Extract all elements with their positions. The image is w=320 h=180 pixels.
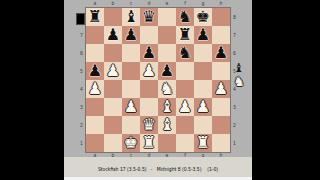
square-g4[interactable] bbox=[194, 80, 212, 98]
white-rook: ♜ bbox=[196, 134, 210, 152]
square-b5[interactable]: ♟ bbox=[104, 62, 122, 80]
white-pawn: ♟ bbox=[196, 98, 210, 116]
square-c4[interactable] bbox=[122, 80, 140, 98]
captured-white-knight-icon: ♞ bbox=[233, 75, 245, 89]
white-bishop: ♝ bbox=[160, 98, 174, 116]
white-queen: ♛ bbox=[142, 116, 156, 134]
coord-label: a bbox=[86, 1, 104, 7]
square-f3[interactable]: ♟ bbox=[176, 98, 194, 116]
coord-label: 8 bbox=[231, 8, 238, 26]
square-f2[interactable] bbox=[176, 116, 194, 134]
square-f5[interactable] bbox=[176, 62, 194, 80]
square-e4[interactable]: ♞ bbox=[158, 80, 176, 98]
coord-label: h bbox=[212, 1, 230, 7]
square-c3[interactable]: ♟ bbox=[122, 98, 140, 116]
square-d2[interactable]: ♛ bbox=[140, 116, 158, 134]
coord-label: 2 bbox=[78, 116, 85, 134]
square-d6[interactable]: ♟ bbox=[140, 44, 158, 62]
square-d4[interactable] bbox=[140, 80, 158, 98]
coord-label: 6 bbox=[231, 44, 238, 62]
square-c8[interactable]: ♝ bbox=[122, 8, 140, 26]
coord-label: d bbox=[140, 1, 158, 7]
square-b8[interactable] bbox=[104, 8, 122, 26]
square-h1[interactable] bbox=[212, 134, 230, 152]
bottom-strip bbox=[64, 177, 252, 180]
square-d1[interactable]: ♜ bbox=[140, 134, 158, 152]
square-e3[interactable]: ♝ bbox=[158, 98, 176, 116]
coord-label: 3 bbox=[231, 98, 238, 116]
coord-label: 4 bbox=[78, 80, 85, 98]
coord-label: b bbox=[104, 1, 122, 7]
square-e7[interactable] bbox=[158, 26, 176, 44]
square-b7[interactable]: ♟ bbox=[104, 26, 122, 44]
black-bishop: ♝ bbox=[124, 8, 138, 26]
video-frame: abcdefgh abcdefgh 87654321 87654321 ♜♝♛♞… bbox=[0, 0, 320, 180]
black-knight: ♞ bbox=[178, 8, 192, 26]
square-g6[interactable] bbox=[194, 44, 212, 62]
square-f8[interactable]: ♞ bbox=[176, 8, 194, 26]
square-a3[interactable] bbox=[86, 98, 104, 116]
white-knight: ♞ bbox=[160, 80, 174, 98]
square-a2[interactable] bbox=[86, 116, 104, 134]
coord-label: c bbox=[122, 1, 140, 7]
square-a5[interactable]: ♟ bbox=[86, 62, 104, 80]
square-a7[interactable] bbox=[86, 26, 104, 44]
square-c2[interactable] bbox=[122, 116, 140, 134]
square-c6[interactable] bbox=[122, 44, 140, 62]
black-pawn: ♟ bbox=[106, 26, 120, 44]
square-g1[interactable]: ♜ bbox=[194, 134, 212, 152]
square-g3[interactable]: ♟ bbox=[194, 98, 212, 116]
square-a4[interactable]: ♟ bbox=[86, 80, 104, 98]
square-e5[interactable]: ♟ bbox=[158, 62, 176, 80]
square-d5[interactable]: ♟ bbox=[140, 62, 158, 80]
black-queen: ♛ bbox=[142, 8, 156, 26]
coord-label: 5 bbox=[78, 62, 85, 80]
white-pawn: ♟ bbox=[124, 98, 138, 116]
square-h4[interactable]: ♟ bbox=[212, 80, 230, 98]
square-a1[interactable] bbox=[86, 134, 104, 152]
square-d8[interactable]: ♛ bbox=[140, 8, 158, 26]
square-e2[interactable]: ♝ bbox=[158, 116, 176, 134]
square-g2[interactable] bbox=[194, 116, 212, 134]
square-f4[interactable] bbox=[176, 80, 194, 98]
white-pawn: ♟ bbox=[142, 62, 156, 80]
coord-label: 1 bbox=[78, 134, 85, 152]
coord-label: 2 bbox=[231, 116, 238, 134]
white-pawn: ♟ bbox=[214, 80, 228, 98]
square-f7[interactable]: ♜ bbox=[176, 26, 194, 44]
square-d7[interactable] bbox=[140, 26, 158, 44]
white-king: ♚ bbox=[124, 134, 138, 152]
black-rook: ♜ bbox=[178, 26, 192, 44]
white-pawn: ♟ bbox=[106, 62, 120, 80]
file-labels-top: abcdefgh bbox=[86, 1, 230, 7]
black-pawn: ♟ bbox=[142, 44, 156, 62]
square-g7[interactable]: ♟ bbox=[194, 26, 212, 44]
square-b6[interactable] bbox=[104, 44, 122, 62]
square-f1[interactable] bbox=[176, 134, 194, 152]
square-b4[interactable] bbox=[104, 80, 122, 98]
square-h7[interactable] bbox=[212, 26, 230, 44]
square-e8[interactable] bbox=[158, 8, 176, 26]
coord-label: 6 bbox=[78, 44, 85, 62]
coord-label: 7 bbox=[231, 26, 238, 44]
black-pawn: ♟ bbox=[160, 62, 174, 80]
square-c5[interactable] bbox=[122, 62, 140, 80]
matchup-line: Stockfish 17 (3.5-0.5) - Midnight 8 (0.5… bbox=[64, 167, 252, 172]
coord-label: 1 bbox=[231, 134, 238, 152]
square-h8[interactable] bbox=[212, 8, 230, 26]
white-pawn: ♟ bbox=[88, 80, 102, 98]
black-knight: ♞ bbox=[178, 44, 192, 62]
coord-label: 7 bbox=[78, 26, 85, 44]
coord-label: e bbox=[158, 1, 176, 7]
square-h6[interactable]: ♟ bbox=[212, 44, 230, 62]
chess-board: ♜♝♛♞♚♟♟♜♟♟♞♟♟♟♟♟♟♞♟♟♝♟♟♛♝♚♜♜ bbox=[86, 8, 230, 152]
square-e1[interactable] bbox=[158, 134, 176, 152]
square-h3[interactable] bbox=[212, 98, 230, 116]
square-h5[interactable] bbox=[212, 62, 230, 80]
black-pawn: ♟ bbox=[124, 26, 138, 44]
square-g5[interactable] bbox=[194, 62, 212, 80]
rank-labels-left: 87654321 bbox=[78, 8, 85, 152]
white-rook: ♜ bbox=[142, 134, 156, 152]
white-bishop: ♝ bbox=[160, 116, 174, 134]
white-pawn: ♟ bbox=[178, 98, 192, 116]
coord-label: f bbox=[176, 1, 194, 7]
black-rook: ♜ bbox=[88, 8, 102, 26]
square-c7[interactable]: ♟ bbox=[122, 26, 140, 44]
coord-label: g bbox=[194, 1, 212, 7]
square-d3[interactable] bbox=[140, 98, 158, 116]
square-b3[interactable] bbox=[104, 98, 122, 116]
square-f6[interactable]: ♞ bbox=[176, 44, 194, 62]
black-king: ♚ bbox=[196, 8, 210, 26]
side-to-move-indicator bbox=[76, 13, 85, 25]
black-pawn: ♟ bbox=[88, 62, 102, 80]
coord-label: 3 bbox=[78, 98, 85, 116]
captured-material-tray: ♝ ♞ bbox=[231, 62, 247, 89]
square-a8[interactable]: ♜ bbox=[86, 8, 104, 26]
square-b2[interactable] bbox=[104, 116, 122, 134]
square-a6[interactable] bbox=[86, 44, 104, 62]
square-b1[interactable] bbox=[104, 134, 122, 152]
black-pawn: ♟ bbox=[196, 26, 210, 44]
black-pawn: ♟ bbox=[214, 44, 228, 62]
square-h2[interactable] bbox=[212, 116, 230, 134]
game-info-panel: Stockfish 17 (3.5-0.5) - Midnight 8 (0.5… bbox=[64, 157, 252, 177]
square-g8[interactable]: ♚ bbox=[194, 8, 212, 26]
square-e6[interactable] bbox=[158, 44, 176, 62]
square-c1[interactable]: ♚ bbox=[122, 134, 140, 152]
